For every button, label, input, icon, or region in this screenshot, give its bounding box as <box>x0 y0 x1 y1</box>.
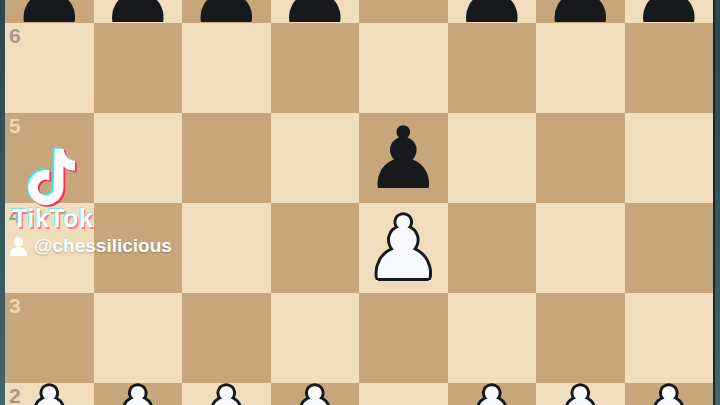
square-a6[interactable]: 6 <box>5 23 94 113</box>
white-pawn-a2[interactable]: ♟ <box>11 374 88 405</box>
square-b6[interactable] <box>94 23 183 113</box>
rank-label-6: 6 <box>9 25 21 46</box>
square-e7[interactable] <box>359 0 448 23</box>
white-pawn-g2[interactable]: ♟ <box>542 374 619 405</box>
square-b7[interactable]: ♟ <box>94 0 183 23</box>
square-h5[interactable] <box>625 113 714 203</box>
square-e3[interactable] <box>359 293 448 383</box>
square-f4[interactable] <box>448 203 537 293</box>
rank-label-5: 5 <box>9 115 21 136</box>
square-f2[interactable]: ♟ <box>448 383 537 405</box>
square-b5[interactable] <box>94 113 183 203</box>
white-pawn-d2[interactable]: ♟ <box>276 374 353 405</box>
square-h4[interactable] <box>625 203 714 293</box>
square-b2[interactable]: ♟ <box>94 383 183 405</box>
square-a4[interactable]: 4 <box>5 203 94 293</box>
square-g7[interactable]: ♟ <box>536 0 625 23</box>
square-g4[interactable] <box>536 203 625 293</box>
square-h7[interactable]: ♟ <box>625 0 714 23</box>
square-c6[interactable] <box>182 23 271 113</box>
square-g5[interactable] <box>536 113 625 203</box>
square-e2[interactable] <box>359 383 448 405</box>
white-pawn-h2[interactable]: ♟ <box>630 374 707 405</box>
white-pawn-e4[interactable]: ♟ <box>365 203 442 293</box>
square-d2[interactable]: ♟ <box>271 383 360 405</box>
rank-label-4: 4 <box>9 205 21 226</box>
square-c4[interactable] <box>182 203 271 293</box>
square-f7[interactable]: ♟ <box>448 0 537 23</box>
square-h6[interactable] <box>625 23 714 113</box>
square-e6[interactable] <box>359 23 448 113</box>
square-c7[interactable]: ♟ <box>182 0 271 23</box>
square-e5[interactable]: ♟ <box>359 113 448 203</box>
square-d7[interactable]: ♟ <box>271 0 360 23</box>
white-pawn-c2[interactable]: ♟ <box>188 374 265 405</box>
square-g2[interactable]: ♟ <box>536 383 625 405</box>
square-g6[interactable] <box>536 23 625 113</box>
square-a7[interactable]: 7♟ <box>5 0 94 23</box>
white-pawn-f2[interactable]: ♟ <box>453 374 530 405</box>
square-e4[interactable]: ♟ <box>359 203 448 293</box>
square-c2[interactable]: ♟ <box>182 383 271 405</box>
square-a2[interactable]: 2♟ <box>5 383 94 405</box>
white-pawn-b2[interactable]: ♟ <box>99 374 176 405</box>
square-f6[interactable] <box>448 23 537 113</box>
video-frame: 8♜♞♝♛♚♝♞♜7♟♟♟♟♟♟♟65♟4♟32♟♟♟♟♟♟♟1♜♞♝♛♚♝♞♜… <box>0 0 720 405</box>
black-pawn-e5[interactable]: ♟ <box>365 113 442 203</box>
square-f5[interactable] <box>448 113 537 203</box>
square-d6[interactable] <box>271 23 360 113</box>
square-d5[interactable] <box>271 113 360 203</box>
square-d4[interactable] <box>271 203 360 293</box>
square-a5[interactable]: 5 <box>5 113 94 203</box>
square-c5[interactable] <box>182 113 271 203</box>
square-b4[interactable] <box>94 203 183 293</box>
chess-board[interactable]: 8♜♞♝♛♚♝♞♜7♟♟♟♟♟♟♟65♟4♟32♟♟♟♟♟♟♟1♜♞♝♛♚♝♞♜ <box>5 0 715 405</box>
square-h2[interactable]: ♟ <box>625 383 714 405</box>
rank-label-3: 3 <box>9 295 21 316</box>
